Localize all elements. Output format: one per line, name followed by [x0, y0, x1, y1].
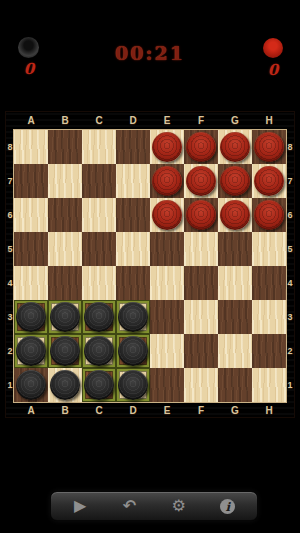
red-checker-piece[interactable]	[152, 132, 182, 162]
rank-label-7: 7	[286, 164, 294, 198]
square-e4[interactable]	[150, 266, 184, 300]
square-h2[interactable]	[252, 334, 286, 368]
file-label-c: C	[82, 113, 116, 129]
file-label-d: D	[116, 403, 150, 417]
undo-button[interactable]: ↶	[109, 492, 149, 520]
black-checker-piece[interactable]	[16, 302, 46, 332]
rank-label-3: 3	[286, 300, 294, 334]
red-checker-piece[interactable]	[254, 132, 284, 162]
red-checker-piece[interactable]	[254, 200, 284, 230]
red-checker-piece[interactable]	[186, 200, 216, 230]
square-d3[interactable]	[116, 300, 150, 334]
rank-label-5: 5	[286, 232, 294, 266]
square-c5[interactable]	[82, 232, 116, 266]
file-label-d: D	[116, 113, 150, 129]
square-c1[interactable]	[82, 368, 116, 402]
rank-label-1: 1	[286, 368, 294, 402]
square-d8[interactable]	[116, 130, 150, 164]
black-checker-piece[interactable]	[84, 302, 114, 332]
gear-icon: ⚙	[171, 496, 185, 515]
square-a4[interactable]	[14, 266, 48, 300]
black-checker-piece[interactable]	[84, 370, 114, 400]
square-b3[interactable]	[48, 300, 82, 334]
black-checker-piece[interactable]	[118, 336, 148, 366]
file-label-h: H	[252, 113, 286, 129]
square-f2[interactable]	[184, 334, 218, 368]
file-label-a: A	[14, 403, 48, 417]
square-d6[interactable]	[116, 198, 150, 232]
square-e3[interactable]	[150, 300, 184, 334]
black-checker-piece[interactable]	[50, 370, 80, 400]
rank-label-3: 3	[6, 300, 14, 334]
square-d7[interactable]	[116, 164, 150, 198]
red-checker-piece[interactable]	[254, 166, 284, 196]
rank-label-8: 8	[286, 130, 294, 164]
square-f5[interactable]	[184, 232, 218, 266]
file-label-g: G	[218, 403, 252, 417]
undo-arrow-icon: ↶	[123, 496, 136, 515]
board-grid	[14, 130, 286, 402]
rank-labels-left: 87654321	[6, 130, 14, 402]
square-b1[interactable]	[48, 368, 82, 402]
square-g5[interactable]	[218, 232, 252, 266]
square-e6[interactable]	[150, 198, 184, 232]
file-label-b: B	[48, 113, 82, 129]
square-e1[interactable]	[150, 368, 184, 402]
rank-label-2: 2	[286, 334, 294, 368]
square-c2[interactable]	[82, 334, 116, 368]
square-g3[interactable]	[218, 300, 252, 334]
square-h1[interactable]	[252, 368, 286, 402]
file-label-h: H	[252, 403, 286, 417]
rank-label-7: 7	[6, 164, 14, 198]
black-checker-piece[interactable]	[50, 302, 80, 332]
square-h7[interactable]	[252, 164, 286, 198]
square-b4[interactable]	[48, 266, 82, 300]
square-h3[interactable]	[252, 300, 286, 334]
file-labels-bottom: ABCDEFGH	[14, 403, 286, 417]
rank-label-6: 6	[286, 198, 294, 232]
square-c7[interactable]	[82, 164, 116, 198]
square-a1[interactable]	[14, 368, 48, 402]
file-labels-top: ABCDEFGH	[14, 113, 286, 129]
square-b8[interactable]	[48, 130, 82, 164]
square-c6[interactable]	[82, 198, 116, 232]
rank-labels-right: 87654321	[286, 130, 294, 402]
file-label-f: F	[184, 113, 218, 129]
file-label-a: A	[14, 113, 48, 129]
square-e8[interactable]	[150, 130, 184, 164]
square-h6[interactable]	[252, 198, 286, 232]
checkers-board: ABCDEFGH 87654321 87654321 ABCDEFGH	[6, 112, 294, 417]
square-a3[interactable]	[14, 300, 48, 334]
square-f7[interactable]	[184, 164, 218, 198]
file-label-e: E	[150, 113, 184, 129]
square-g8[interactable]	[218, 130, 252, 164]
red-player-indicator	[263, 38, 283, 58]
rank-label-4: 4	[6, 266, 14, 300]
black-checker-piece[interactable]	[50, 336, 80, 366]
red-checker-piece[interactable]	[152, 200, 182, 230]
square-d1[interactable]	[116, 368, 150, 402]
square-g1[interactable]	[218, 368, 252, 402]
file-label-c: C	[82, 403, 116, 417]
red-checker-piece[interactable]	[220, 166, 250, 196]
square-h8[interactable]	[252, 130, 286, 164]
square-c8[interactable]	[82, 130, 116, 164]
black-checker-piece[interactable]	[118, 302, 148, 332]
square-b2[interactable]	[48, 334, 82, 368]
square-a6[interactable]	[14, 198, 48, 232]
settings-button[interactable]: ⚙	[159, 492, 199, 520]
square-f8[interactable]	[184, 130, 218, 164]
square-a7[interactable]	[14, 164, 48, 198]
play-button[interactable]: ▶	[60, 492, 100, 520]
square-h4[interactable]	[252, 266, 286, 300]
file-label-b: B	[48, 403, 82, 417]
square-f1[interactable]	[184, 368, 218, 402]
red-checker-piece[interactable]	[186, 132, 216, 162]
square-d2[interactable]	[116, 334, 150, 368]
rank-label-4: 4	[286, 266, 294, 300]
square-g4[interactable]	[218, 266, 252, 300]
file-label-g: G	[218, 113, 252, 129]
bottom-toolbar: ▶ ↶ ⚙ i	[50, 491, 258, 521]
square-e2[interactable]	[150, 334, 184, 368]
square-g6[interactable]	[218, 198, 252, 232]
info-button[interactable]: i	[208, 492, 248, 520]
square-c3[interactable]	[82, 300, 116, 334]
red-checker-piece[interactable]	[152, 166, 182, 196]
rank-label-1: 1	[6, 368, 14, 402]
rank-label-8: 8	[6, 130, 14, 164]
square-d5[interactable]	[116, 232, 150, 266]
square-f3[interactable]	[184, 300, 218, 334]
rank-label-5: 5	[6, 232, 14, 266]
square-b5[interactable]	[48, 232, 82, 266]
info-icon: i	[220, 499, 235, 514]
square-h5[interactable]	[252, 232, 286, 266]
square-a8[interactable]	[14, 130, 48, 164]
square-g2[interactable]	[218, 334, 252, 368]
square-d4[interactable]	[116, 266, 150, 300]
file-label-e: E	[150, 403, 184, 417]
square-a2[interactable]	[14, 334, 48, 368]
square-g7[interactable]	[218, 164, 252, 198]
square-c4[interactable]	[82, 266, 116, 300]
square-b6[interactable]	[48, 198, 82, 232]
rank-label-6: 6	[6, 198, 14, 232]
red-checker-piece[interactable]	[220, 132, 250, 162]
file-label-f: F	[184, 403, 218, 417]
square-a5[interactable]	[14, 232, 48, 266]
square-b7[interactable]	[48, 164, 82, 198]
red-checker-piece[interactable]	[186, 166, 216, 196]
black-checker-piece[interactable]	[16, 370, 46, 400]
square-f4[interactable]	[184, 266, 218, 300]
black-checker-piece[interactable]	[16, 336, 46, 366]
rank-label-2: 2	[6, 334, 14, 368]
app-screen: 0 00:21 0 ABCDEFGH 87654321 87654321 ABC…	[0, 0, 300, 533]
red-checker-piece[interactable]	[220, 200, 250, 230]
play-icon: ▶	[74, 496, 86, 515]
square-e7[interactable]	[150, 164, 184, 198]
square-f6[interactable]	[184, 198, 218, 232]
square-e5[interactable]	[150, 232, 184, 266]
black-checker-piece[interactable]	[84, 336, 114, 366]
black-checker-piece[interactable]	[118, 370, 148, 400]
red-player-score: 0	[253, 61, 293, 79]
